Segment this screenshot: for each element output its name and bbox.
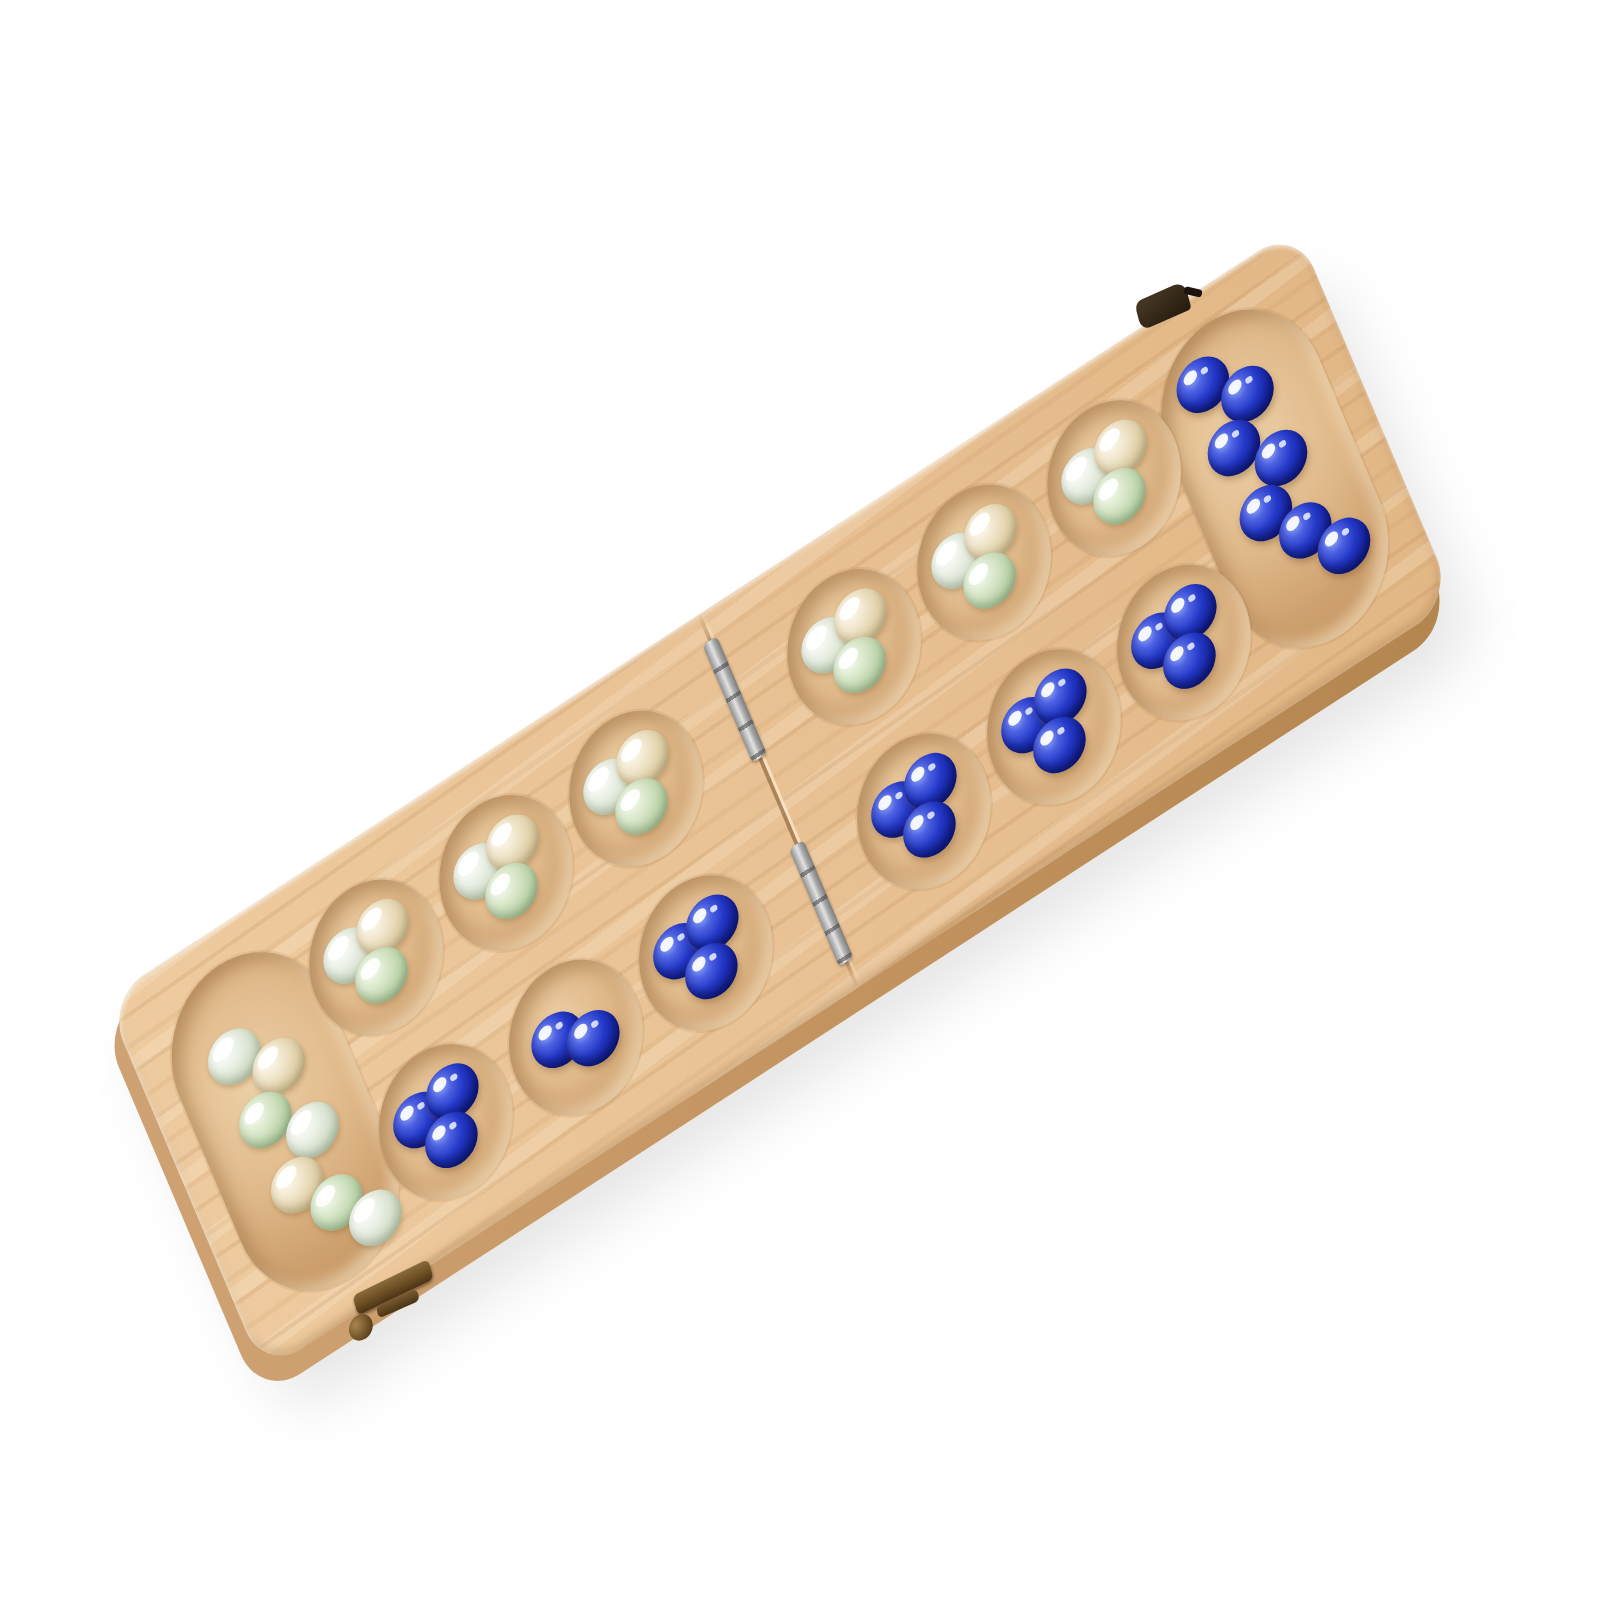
hinge-icon [703, 636, 767, 763]
board-surface [105, 226, 1455, 1373]
latch-hook-icon [1134, 281, 1191, 331]
mancala-board [105, 226, 1455, 1373]
photo-stage [0, 0, 1600, 1600]
hinge-icon [789, 840, 853, 967]
